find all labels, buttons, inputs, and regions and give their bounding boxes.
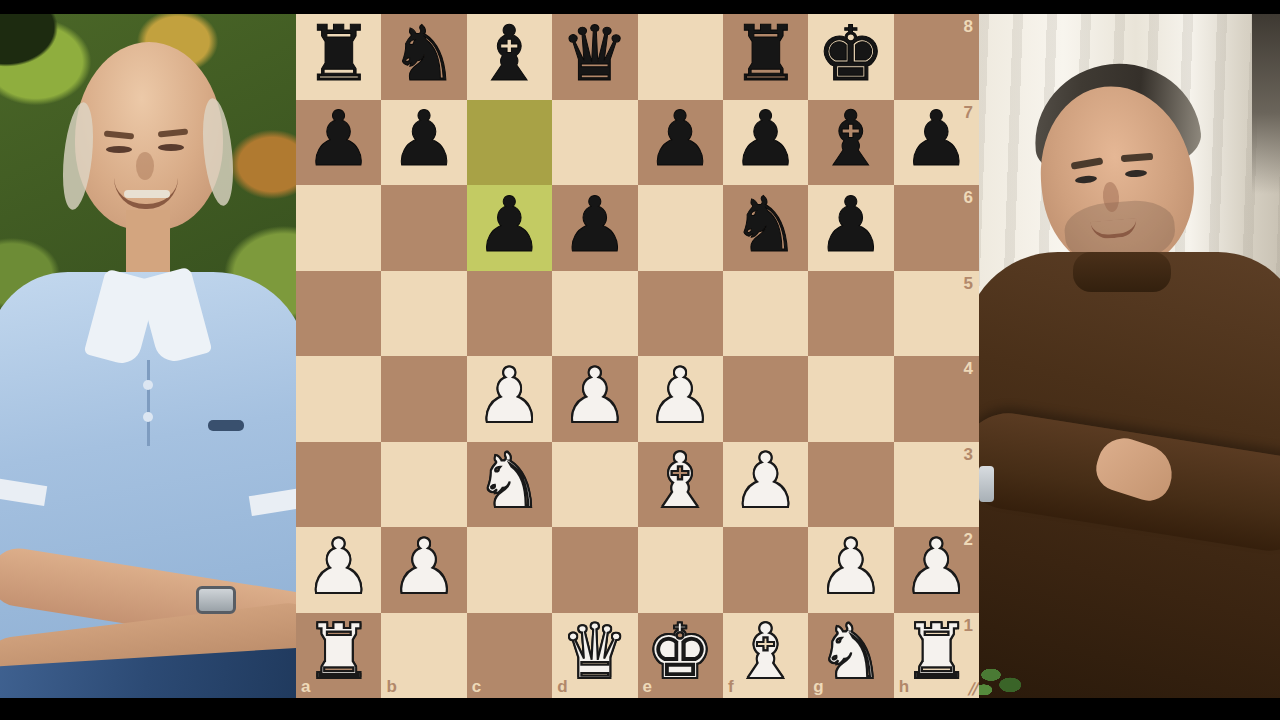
square-h1[interactable]: ♜1h// — [894, 613, 979, 699]
piece-black-pawn[interactable]: ♟ — [390, 101, 458, 177]
square-g8[interactable]: ♚ — [808, 14, 893, 100]
square-h7[interactable]: ♟7 — [894, 100, 979, 186]
square-f4[interactable] — [723, 356, 808, 442]
left-player-shirt-logo — [208, 420, 244, 431]
square-d8[interactable]: ♛ — [552, 14, 637, 100]
square-a1[interactable]: ♜a — [296, 613, 381, 699]
square-g7[interactable]: ♝ — [808, 100, 893, 186]
square-b6[interactable] — [381, 185, 466, 271]
square-d2[interactable] — [552, 527, 637, 613]
piece-white-bishop[interactable]: ♝ — [646, 443, 714, 519]
square-h4[interactable]: 4 — [894, 356, 979, 442]
coord-rank-7: 7 — [964, 104, 973, 121]
right-player-watch — [979, 466, 994, 502]
left-player-eye — [106, 146, 132, 153]
coord-rank-8: 8 — [964, 18, 973, 35]
left-player-eye — [158, 144, 184, 151]
square-c6[interactable]: ♟ — [467, 185, 552, 271]
piece-black-pawn[interactable]: ♟ — [475, 187, 543, 263]
square-e5[interactable] — [638, 271, 723, 357]
coord-file-c: c — [472, 678, 481, 695]
piece-white-bishop[interactable]: ♝ — [731, 614, 799, 690]
left-player-nose — [136, 152, 154, 180]
square-h8[interactable]: 8 — [894, 14, 979, 100]
square-c7[interactable] — [467, 100, 552, 186]
coord-file-d: d — [557, 678, 567, 695]
piece-white-pawn[interactable]: ♟ — [731, 443, 799, 519]
piece-white-rook[interactable]: ♜ — [305, 614, 373, 690]
square-a8[interactable]: ♜ — [296, 14, 381, 100]
square-h6[interactable]: 6 — [894, 185, 979, 271]
piece-black-bishop[interactable]: ♝ — [475, 16, 543, 92]
square-e4[interactable]: ♟ — [638, 356, 723, 442]
coord-file-a: a — [301, 678, 310, 695]
square-h5[interactable]: 5 — [894, 271, 979, 357]
piece-white-rook[interactable]: ♜ — [902, 614, 970, 690]
coord-rank-2: 2 — [964, 531, 973, 548]
right-player-photo — [979, 14, 1280, 698]
square-f2[interactable] — [723, 527, 808, 613]
square-f8[interactable]: ♜ — [723, 14, 808, 100]
square-b8[interactable]: ♞ — [381, 14, 466, 100]
square-e1[interactable]: ♚e — [638, 613, 723, 699]
piece-white-pawn[interactable]: ♟ — [475, 358, 543, 434]
square-e3[interactable]: ♝ — [638, 442, 723, 528]
piece-black-knight[interactable]: ♞ — [731, 187, 799, 263]
square-h3[interactable]: 3 — [894, 442, 979, 528]
piece-black-pawn[interactable]: ♟ — [731, 101, 799, 177]
square-e8[interactable] — [638, 14, 723, 100]
square-d1[interactable]: ♛d — [552, 613, 637, 699]
square-d6[interactable]: ♟ — [552, 185, 637, 271]
square-a6[interactable] — [296, 185, 381, 271]
piece-black-pawn[interactable]: ♟ — [561, 187, 629, 263]
piece-white-knight[interactable]: ♞ — [475, 443, 543, 519]
piece-black-rook[interactable]: ♜ — [305, 16, 373, 92]
bottom-letterbox-bar — [0, 698, 1280, 720]
coord-rank-3: 3 — [964, 446, 973, 463]
square-b5[interactable] — [381, 271, 466, 357]
square-b4[interactable] — [381, 356, 466, 442]
piece-black-queen[interactable]: ♛ — [561, 16, 629, 92]
square-h2[interactable]: ♟2 — [894, 527, 979, 613]
square-g3[interactable] — [808, 442, 893, 528]
piece-black-king[interactable]: ♚ — [817, 16, 885, 92]
piece-white-pawn[interactable]: ♟ — [305, 529, 373, 605]
piece-black-knight[interactable]: ♞ — [390, 16, 458, 92]
chess-board[interactable]: ♜♞♝♛♜♚8♟♟♟♟♝♟7♟♟♞♟65♟♟♟4♞♝♟3♟♟♟♟2♜abc♛d♚… — [296, 14, 979, 698]
square-c1[interactable]: c — [467, 613, 552, 699]
left-player-button — [143, 380, 153, 390]
square-b3[interactable] — [381, 442, 466, 528]
square-g6[interactable]: ♟ — [808, 185, 893, 271]
square-g5[interactable] — [808, 271, 893, 357]
square-f7[interactable]: ♟ — [723, 100, 808, 186]
square-f5[interactable] — [723, 271, 808, 357]
curtain-shadow — [1252, 14, 1280, 194]
square-g4[interactable] — [808, 356, 893, 442]
piece-black-pawn[interactable]: ♟ — [305, 101, 373, 177]
coord-file-f: f — [728, 678, 734, 695]
piece-white-pawn[interactable]: ♟ — [817, 529, 885, 605]
left-player-placket — [147, 360, 150, 446]
piece-black-pawn[interactable]: ♟ — [902, 101, 970, 177]
left-player-photo — [0, 14, 296, 698]
top-letterbox-bar — [0, 0, 1280, 14]
piece-white-pawn[interactable]: ♟ — [390, 529, 458, 605]
piece-black-pawn[interactable]: ♟ — [646, 101, 714, 177]
coord-rank-4: 4 — [964, 360, 973, 377]
left-player-teeth — [124, 190, 170, 198]
square-d7[interactable] — [552, 100, 637, 186]
square-e2[interactable] — [638, 527, 723, 613]
coord-rank-5: 5 — [964, 275, 973, 292]
square-d3[interactable] — [552, 442, 637, 528]
coord-file-h: h — [899, 678, 909, 695]
square-e6[interactable] — [638, 185, 723, 271]
square-a5[interactable] — [296, 271, 381, 357]
coord-file-e: e — [643, 678, 652, 695]
coord-rank-6: 6 — [964, 189, 973, 206]
piece-black-pawn[interactable]: ♟ — [817, 187, 885, 263]
coord-file-b: b — [386, 678, 396, 695]
piece-white-king[interactable]: ♚ — [646, 614, 714, 690]
square-g2[interactable]: ♟ — [808, 527, 893, 613]
square-e7[interactable]: ♟ — [638, 100, 723, 186]
piece-white-queen[interactable]: ♛ — [561, 614, 629, 690]
square-a2[interactable]: ♟ — [296, 527, 381, 613]
coord-file-g: g — [813, 678, 823, 695]
video-frame: ♜♞♝♛♜♚8♟♟♟♟♝♟7♟♟♞♟65♟♟♟4♞♝♟3♟♟♟♟2♜abc♛d♚… — [0, 0, 1280, 720]
square-a7[interactable]: ♟ — [296, 100, 381, 186]
square-c5[interactable] — [467, 271, 552, 357]
square-c4[interactable]: ♟ — [467, 356, 552, 442]
square-d5[interactable] — [552, 271, 637, 357]
coord-rank-1: 1 — [964, 617, 973, 634]
square-f6[interactable]: ♞ — [723, 185, 808, 271]
piece-white-knight[interactable]: ♞ — [817, 614, 885, 690]
piece-white-pawn[interactable]: ♟ — [561, 358, 629, 434]
square-f1[interactable]: ♝f — [723, 613, 808, 699]
square-f3[interactable]: ♟ — [723, 442, 808, 528]
left-player-watch — [196, 586, 236, 614]
square-c8[interactable]: ♝ — [467, 14, 552, 100]
square-d4[interactable]: ♟ — [552, 356, 637, 442]
plant-leaves — [979, 664, 1033, 698]
piece-white-pawn[interactable]: ♟ — [646, 358, 714, 434]
square-a4[interactable] — [296, 356, 381, 442]
piece-black-rook[interactable]: ♜ — [731, 16, 799, 92]
left-player-button — [143, 412, 153, 422]
square-g1[interactable]: ♞g — [808, 613, 893, 699]
piece-black-bishop[interactable]: ♝ — [817, 101, 885, 177]
square-c2[interactable] — [467, 527, 552, 613]
square-c3[interactable]: ♞ — [467, 442, 552, 528]
square-b7[interactable]: ♟ — [381, 100, 466, 186]
square-b2[interactable]: ♟ — [381, 527, 466, 613]
square-b1[interactable]: b — [381, 613, 466, 699]
right-player-turtleneck-roll — [1073, 252, 1171, 292]
square-a3[interactable] — [296, 442, 381, 528]
piece-white-pawn[interactable]: ♟ — [902, 529, 970, 605]
